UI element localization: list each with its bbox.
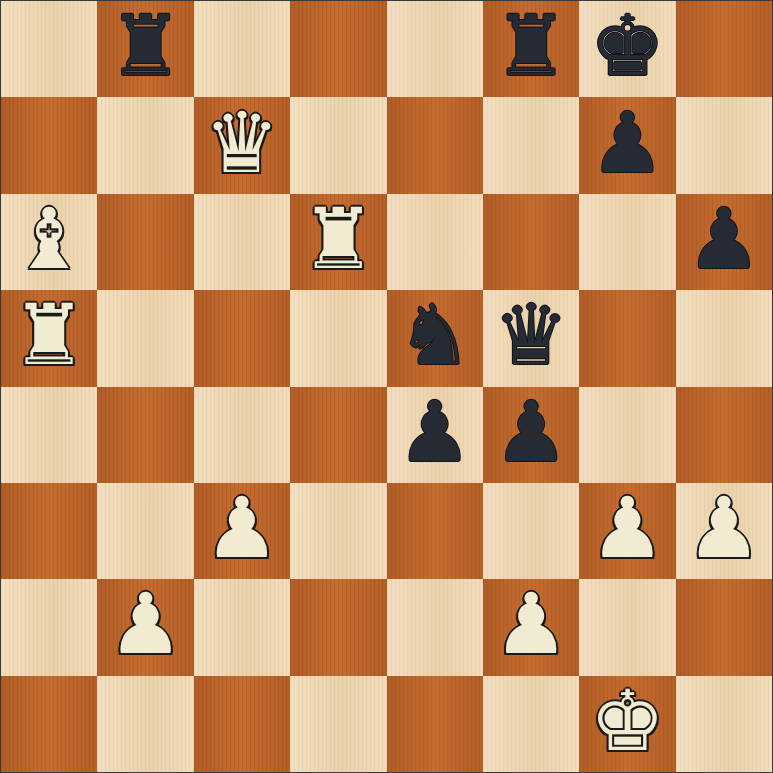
square-e2[interactable] [387,579,483,675]
square-f6[interactable] [483,194,579,290]
square-g7[interactable]: ♟ [579,97,675,193]
square-b8[interactable]: ♜ [97,1,193,97]
piece-white-pawn[interactable]: ♟ [108,582,183,666]
square-a3[interactable] [1,483,97,579]
piece-white-queen[interactable]: ♛ [204,101,279,185]
piece-white-pawn[interactable]: ♟ [686,486,761,570]
square-a7[interactable] [1,97,97,193]
square-b2[interactable]: ♟ [97,579,193,675]
square-d1[interactable] [290,676,386,772]
square-c1[interactable] [194,676,290,772]
square-h1[interactable] [676,676,772,772]
square-b7[interactable] [97,97,193,193]
square-a1[interactable] [1,676,97,772]
square-a8[interactable] [1,1,97,97]
piece-black-pawn[interactable]: ♟ [686,197,761,281]
square-c5[interactable] [194,290,290,386]
piece-black-rook[interactable]: ♜ [493,4,568,88]
square-b5[interactable] [97,290,193,386]
square-g1[interactable]: ♚ [579,676,675,772]
square-g2[interactable] [579,579,675,675]
piece-black-pawn[interactable]: ♟ [493,390,568,474]
piece-black-queen[interactable]: ♛ [493,293,568,377]
square-d3[interactable] [290,483,386,579]
square-g6[interactable] [579,194,675,290]
piece-white-rook[interactable]: ♜ [12,293,87,377]
square-h7[interactable] [676,97,772,193]
square-a4[interactable] [1,387,97,483]
piece-black-king[interactable]: ♚ [590,4,665,88]
square-e4[interactable]: ♟ [387,387,483,483]
square-b1[interactable] [97,676,193,772]
piece-white-pawn[interactable]: ♟ [493,582,568,666]
piece-white-king[interactable]: ♚ [590,679,665,763]
square-e3[interactable] [387,483,483,579]
square-f1[interactable] [483,676,579,772]
square-d6[interactable]: ♜ [290,194,386,290]
square-a2[interactable] [1,579,97,675]
square-e1[interactable] [387,676,483,772]
square-d2[interactable] [290,579,386,675]
square-d4[interactable] [290,387,386,483]
square-g8[interactable]: ♚ [579,1,675,97]
square-f7[interactable] [483,97,579,193]
square-c6[interactable] [194,194,290,290]
square-h8[interactable] [676,1,772,97]
square-a5[interactable]: ♜ [1,290,97,386]
square-a6[interactable]: ♝ [1,194,97,290]
square-c2[interactable] [194,579,290,675]
square-f4[interactable]: ♟ [483,387,579,483]
square-h4[interactable] [676,387,772,483]
chess-board: ♜♜♚♛♟♝♜♟♜♞♛♟♟♟♟♟♟♟♚ [0,0,773,773]
square-e8[interactable] [387,1,483,97]
square-e6[interactable] [387,194,483,290]
square-g5[interactable] [579,290,675,386]
square-h2[interactable] [676,579,772,675]
square-c4[interactable] [194,387,290,483]
square-c8[interactable] [194,1,290,97]
square-b3[interactable] [97,483,193,579]
piece-white-pawn[interactable]: ♟ [590,486,665,570]
square-c3[interactable]: ♟ [194,483,290,579]
piece-white-pawn[interactable]: ♟ [204,486,279,570]
square-h5[interactable] [676,290,772,386]
piece-black-knight[interactable]: ♞ [397,293,472,377]
square-b6[interactable] [97,194,193,290]
square-e5[interactable]: ♞ [387,290,483,386]
square-h3[interactable]: ♟ [676,483,772,579]
piece-black-pawn[interactable]: ♟ [590,101,665,185]
square-d5[interactable] [290,290,386,386]
square-g4[interactable] [579,387,675,483]
piece-black-pawn[interactable]: ♟ [397,390,472,474]
square-b4[interactable] [97,387,193,483]
piece-white-bishop[interactable]: ♝ [12,197,87,281]
square-e7[interactable] [387,97,483,193]
square-f5[interactable]: ♛ [483,290,579,386]
square-g3[interactable]: ♟ [579,483,675,579]
square-h6[interactable]: ♟ [676,194,772,290]
square-d7[interactable] [290,97,386,193]
chess-board-wrapper: ♜♜♚♛♟♝♜♟♜♞♛♟♟♟♟♟♟♟♚ [0,0,773,773]
square-f3[interactable] [483,483,579,579]
square-f8[interactable]: ♜ [483,1,579,97]
piece-white-rook[interactable]: ♜ [301,197,376,281]
piece-black-rook[interactable]: ♜ [108,4,183,88]
square-d8[interactable] [290,1,386,97]
square-c7[interactable]: ♛ [194,97,290,193]
square-f2[interactable]: ♟ [483,579,579,675]
